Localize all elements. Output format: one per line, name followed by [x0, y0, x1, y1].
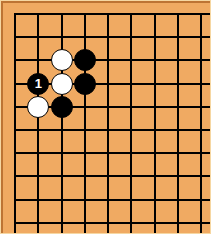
white-stone — [51, 49, 73, 71]
board-intersection — [61, 175, 84, 198]
board-intersection — [130, 152, 153, 175]
board-intersection — [130, 83, 153, 106]
board-intersection — [154, 175, 177, 198]
board-intersection — [107, 222, 130, 234]
board-intersection — [130, 129, 153, 152]
board-intersection — [177, 106, 200, 129]
board-intersection — [177, 13, 200, 36]
board-intersection — [154, 106, 177, 129]
board-intersection — [200, 59, 211, 82]
black-stone — [51, 96, 73, 118]
board-intersection — [154, 13, 177, 36]
board-intersection — [130, 222, 153, 234]
board-intersection — [154, 59, 177, 82]
board-intersection — [130, 175, 153, 198]
board-intersection — [14, 175, 37, 198]
board-intersection — [61, 152, 84, 175]
board-intersection — [61, 129, 84, 152]
board-intersection — [200, 106, 211, 129]
board-intersection — [14, 129, 37, 152]
board-intersection — [84, 106, 107, 129]
board-intersection — [130, 36, 153, 59]
board-intersection — [84, 175, 107, 198]
board-intersection — [37, 13, 60, 36]
board-intersection — [107, 106, 130, 129]
black-stone-move-1: 1 — [27, 73, 49, 95]
board-intersection — [130, 199, 153, 222]
board-intersection — [107, 36, 130, 59]
board-intersection — [14, 152, 37, 175]
move-number-label: 1 — [35, 77, 42, 90]
board-intersection — [107, 152, 130, 175]
board-intersection — [177, 36, 200, 59]
board-intersection — [14, 222, 37, 234]
board-intersection — [177, 175, 200, 198]
board-intersection — [84, 199, 107, 222]
board-intersection — [61, 222, 84, 234]
board-intersection — [177, 59, 200, 82]
board-intersection — [177, 222, 200, 234]
board-intersection — [200, 222, 211, 234]
board-intersection — [154, 152, 177, 175]
board-intersection — [84, 222, 107, 234]
board-intersection — [177, 129, 200, 152]
white-stone — [27, 96, 49, 118]
board-intersection — [14, 13, 37, 36]
board-intersection — [107, 59, 130, 82]
board-intersection — [107, 129, 130, 152]
board-intersection — [177, 83, 200, 106]
board-intersection — [37, 199, 60, 222]
board-intersection — [37, 129, 60, 152]
board-intersection — [61, 13, 84, 36]
board-intersection — [107, 199, 130, 222]
board-intersection — [84, 129, 107, 152]
board-intersection — [200, 152, 211, 175]
board-intersection — [84, 13, 107, 36]
board-intersection — [154, 129, 177, 152]
board-intersection — [177, 152, 200, 175]
board-intersection — [14, 36, 37, 59]
board-intersection — [154, 199, 177, 222]
board-grid — [14, 13, 211, 234]
board-intersection — [84, 152, 107, 175]
board-intersection — [37, 175, 60, 198]
board-intersection — [130, 106, 153, 129]
board-intersection — [107, 83, 130, 106]
board-intersection — [130, 13, 153, 36]
board-intersection — [154, 36, 177, 59]
board-intersection — [154, 83, 177, 106]
board-intersection — [107, 13, 130, 36]
board-intersection — [177, 199, 200, 222]
board-intersection — [14, 199, 37, 222]
board-intersection — [200, 13, 211, 36]
board-intersection — [200, 199, 211, 222]
white-stone — [51, 73, 73, 95]
board-intersection — [61, 199, 84, 222]
board-intersection — [37, 152, 60, 175]
board-intersection — [154, 222, 177, 234]
board-intersection — [200, 129, 211, 152]
black-stone — [74, 73, 96, 95]
board-intersection — [200, 36, 211, 59]
board-intersection — [130, 59, 153, 82]
go-board: 1 — [0, 0, 211, 234]
board-intersection — [200, 175, 211, 198]
board-intersection — [200, 83, 211, 106]
board-intersection — [37, 222, 60, 234]
board-intersection — [107, 175, 130, 198]
